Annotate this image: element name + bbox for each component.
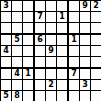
sudoku-given-r5c5[interactable]: 9	[46, 46, 57, 57]
sudoku-cell-r7c8[interactable]	[80, 69, 91, 80]
sudoku-cell-r4c5[interactable]	[46, 35, 57, 46]
sudoku-cell-r6c2[interactable]	[12, 57, 23, 69]
sudoku-cell-r4c1[interactable]	[1, 35, 12, 46]
sudoku-cell-r3c7[interactable]	[69, 23, 80, 35]
sudoku-given-r7c2[interactable]: 4	[12, 69, 23, 80]
sudoku-given-r2c4[interactable]: 7	[35, 12, 46, 23]
sudoku-cell-r9c9[interactable]	[91, 91, 101, 101]
sudoku-cell-r3c8[interactable]	[80, 23, 91, 35]
sudoku-cell-r9c3[interactable]	[23, 91, 35, 101]
sudoku-cell-r5c7[interactable]	[69, 46, 80, 57]
sudoku-cell-r3c5[interactable]	[46, 23, 57, 35]
sudoku-given-r4c7[interactable]: 1	[69, 35, 80, 46]
sudoku-cell-r2c7[interactable]	[69, 12, 80, 23]
sudoku-cell-r6c5[interactable]	[46, 57, 57, 69]
sudoku-cell-r8c9[interactable]	[91, 80, 101, 91]
sudoku-cell-r8c6[interactable]	[57, 80, 69, 91]
sudoku-given-r4c4[interactable]: 6	[35, 35, 46, 46]
sudoku-cell-r3c4[interactable]	[35, 23, 46, 35]
sudoku-cell-r2c3[interactable]	[23, 12, 35, 23]
sudoku-given-r1c1[interactable]: 3	[1, 1, 12, 12]
sudoku-cell-r5c9[interactable]	[91, 46, 101, 57]
sudoku-cell-r6c1[interactable]	[1, 57, 12, 69]
sudoku-given-r9c1[interactable]: 5	[1, 91, 12, 101]
sudoku-cell-r7c6[interactable]	[57, 69, 69, 80]
sudoku-cell-r9c4[interactable]	[35, 91, 46, 101]
sudoku-cell-r3c2[interactable]	[12, 23, 23, 35]
sudoku-cell-r6c6[interactable]	[57, 57, 69, 69]
sudoku-cell-r5c4[interactable]	[35, 46, 46, 57]
sudoku-cell-r3c9[interactable]	[91, 23, 101, 35]
sudoku-cell-r4c3[interactable]	[23, 35, 35, 46]
sudoku-cell-r5c2[interactable]	[12, 46, 23, 57]
sudoku-cell-r8c1[interactable]	[1, 80, 12, 91]
sudoku-cell-r5c3[interactable]	[23, 46, 35, 57]
sudoku-given-r2c6[interactable]: 1	[57, 12, 69, 23]
sudoku-given-r8c5[interactable]: 2	[46, 80, 57, 91]
sudoku-cell-r5c8[interactable]	[80, 46, 91, 57]
sudoku-cell-r9c6[interactable]	[57, 91, 69, 101]
sudoku-cell-r2c8[interactable]	[80, 12, 91, 23]
sudoku-cell-r6c7[interactable]	[69, 57, 80, 69]
sudoku-cell-r8c4[interactable]	[35, 80, 46, 91]
sudoku-cell-r1c2[interactable]	[12, 1, 23, 12]
sudoku-cell-r3c6[interactable]	[57, 23, 69, 35]
sudoku-cell-r4c9[interactable]	[91, 35, 101, 46]
sudoku-cell-r1c5[interactable]	[46, 1, 57, 12]
sudoku-cell-r5c6[interactable]	[57, 46, 69, 57]
sudoku-given-r7c3[interactable]: 1	[23, 69, 35, 80]
sudoku-given-r4c2[interactable]: 5	[12, 35, 23, 46]
sudoku-cell-r9c8[interactable]	[80, 91, 91, 101]
sudoku-given-r1c9[interactable]: 2	[91, 1, 101, 12]
sudoku-cell-r7c5[interactable]	[46, 69, 57, 80]
sudoku-cell-r9c5[interactable]	[46, 91, 57, 101]
sudoku-cell-r4c6[interactable]	[57, 35, 69, 46]
sudoku-cell-r2c5[interactable]	[46, 12, 57, 23]
sudoku-cell-r4c8[interactable]	[80, 35, 91, 46]
sudoku-given-r8c8[interactable]: 3	[80, 80, 91, 91]
sudoku-cell-r8c2[interactable]	[12, 80, 23, 91]
sudoku-cell-r6c3[interactable]	[23, 57, 35, 69]
sudoku-given-r9c2[interactable]: 8	[12, 91, 23, 101]
sudoku-cell-r9c7[interactable]	[69, 91, 80, 101]
sudoku-cell-r6c9[interactable]	[91, 57, 101, 69]
sudoku-cell-r1c6[interactable]	[57, 1, 69, 12]
sudoku-cell-r8c3[interactable]	[23, 80, 35, 91]
sudoku-cell-r7c1[interactable]	[1, 69, 12, 80]
sudoku-given-r7c7[interactable]: 7	[69, 69, 80, 80]
sudoku-cell-r2c2[interactable]	[12, 12, 23, 23]
sudoku-cell-r1c4[interactable]	[35, 1, 46, 12]
sudoku-cell-r8c7[interactable]	[69, 80, 80, 91]
sudoku-cell-r2c1[interactable]	[1, 12, 12, 23]
sudoku-cell-r6c8[interactable]	[80, 57, 91, 69]
sudoku-cell-r2c9[interactable]	[91, 12, 101, 23]
sudoku-cell-r1c7[interactable]	[69, 1, 80, 12]
sudoku-given-r1c8[interactable]: 9	[80, 1, 91, 12]
sudoku-cell-r3c3[interactable]	[23, 23, 35, 35]
sudoku-given-r5c1[interactable]: 4	[1, 46, 12, 57]
sudoku-cell-r3c1[interactable]	[1, 23, 12, 35]
sudoku-cell-r7c4[interactable]	[35, 69, 46, 80]
sudoku-cell-r6c4[interactable]	[35, 57, 46, 69]
sudoku-cell-r7c9[interactable]	[91, 69, 101, 80]
sudoku-board: 39271561494172358	[0, 0, 101, 101]
sudoku-cell-r1c3[interactable]	[23, 1, 35, 12]
